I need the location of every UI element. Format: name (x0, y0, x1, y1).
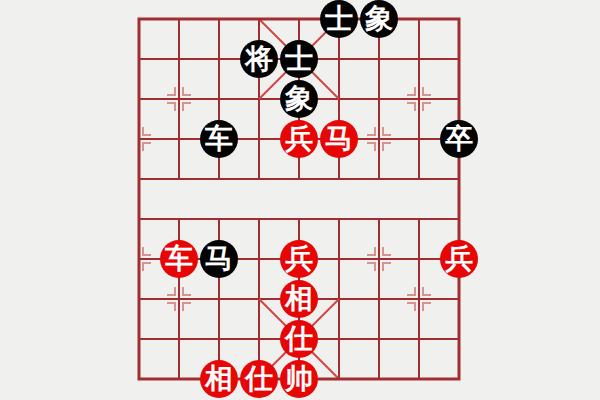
intersection-f2-r2 (199, 79, 239, 119)
intersection-f7-r9 (399, 359, 439, 399)
intersection-f3-r7 (239, 279, 279, 319)
intersection-f4-r5 (279, 199, 319, 239)
intersection-f7-r0 (399, 0, 439, 39)
intersection-f1-r1 (159, 39, 199, 79)
intersection-f6-r4 (359, 159, 399, 199)
piece-black-general[interactable]: 将 (240, 40, 278, 78)
piece-red-advisor[interactable]: 仕 (240, 360, 278, 398)
intersection-f5-r5 (319, 199, 359, 239)
intersection-f4-r0 (279, 0, 319, 39)
intersection-f3-r0 (239, 0, 279, 39)
intersection-f5-r0: 士 (319, 0, 359, 39)
intersection-f8-r3: 卒 (439, 119, 479, 159)
intersection-f8-r1 (439, 39, 479, 79)
intersection-f0-r5 (119, 199, 159, 239)
intersection-f0-r4 (119, 159, 159, 199)
intersection-f7-r7 (399, 279, 439, 319)
intersection-f3-r4 (239, 159, 279, 199)
piece-red-horse[interactable]: 马 (320, 120, 358, 158)
piece-red-elephant[interactable]: 相 (200, 360, 238, 398)
intersection-f8-r8 (439, 319, 479, 359)
intersection-f1-r7 (159, 279, 199, 319)
intersection-f7-r2 (399, 79, 439, 119)
intersection-f1-r2 (159, 79, 199, 119)
intersection-f1-r9 (159, 359, 199, 399)
intersection-f2-r4 (199, 159, 239, 199)
intersection-f3-r8 (239, 319, 279, 359)
intersection-f6-r7 (359, 279, 399, 319)
intersection-f5-r7 (319, 279, 359, 319)
intersection-f2-r6: 马 (199, 239, 239, 279)
intersection-f5-r1 (319, 39, 359, 79)
intersection-f3-r1: 将 (239, 39, 279, 79)
intersection-f6-r6 (359, 239, 399, 279)
intersection-f6-r1 (359, 39, 399, 79)
intersection-f5-r8 (319, 319, 359, 359)
board-grid: 士象将士象车兵马卒车马兵兵相仕相仕帅 (119, 0, 479, 399)
intersection-f0-r6 (119, 239, 159, 279)
intersection-f3-r2 (239, 79, 279, 119)
intersection-f6-r9 (359, 359, 399, 399)
intersection-f0-r7 (119, 279, 159, 319)
intersection-f6-r3 (359, 119, 399, 159)
intersection-f7-r5 (399, 199, 439, 239)
intersection-f2-r0 (199, 0, 239, 39)
piece-black-advisor[interactable]: 士 (280, 40, 318, 78)
intersection-f4-r7: 相 (279, 279, 319, 319)
intersection-f6-r0: 象 (359, 0, 399, 39)
intersection-f6-r8 (359, 319, 399, 359)
intersection-f8-r7 (439, 279, 479, 319)
intersection-f1-r0 (159, 0, 199, 39)
piece-red-soldier[interactable]: 兵 (280, 120, 318, 158)
intersection-f4-r8: 仕 (279, 319, 319, 359)
intersection-f8-r4 (439, 159, 479, 199)
intersection-f2-r9: 相 (199, 359, 239, 399)
piece-black-advisor[interactable]: 士 (320, 0, 358, 38)
piece-red-advisor[interactable]: 仕 (280, 320, 318, 358)
intersection-f0-r1 (119, 39, 159, 79)
intersection-f7-r3 (399, 119, 439, 159)
intersection-f7-r4 (399, 159, 439, 199)
intersection-f4-r4 (279, 159, 319, 199)
intersection-f2-r5 (199, 199, 239, 239)
intersection-f6-r5 (359, 199, 399, 239)
intersection-f4-r1: 士 (279, 39, 319, 79)
intersection-f3-r9: 仕 (239, 359, 279, 399)
intersection-f8-r9 (439, 359, 479, 399)
intersection-f0-r8 (119, 319, 159, 359)
xiangqi-app: 士象将士象车兵马卒车马兵兵相仕相仕帅 (0, 0, 600, 400)
piece-red-soldier[interactable]: 兵 (280, 240, 318, 278)
piece-red-soldier[interactable]: 兵 (440, 240, 478, 278)
intersection-f5-r3: 马 (319, 119, 359, 159)
intersection-f8-r6: 兵 (439, 239, 479, 279)
intersection-f5-r6 (319, 239, 359, 279)
intersection-f7-r1 (399, 39, 439, 79)
intersection-f2-r7 (199, 279, 239, 319)
intersection-f1-r3 (159, 119, 199, 159)
piece-red-elephant[interactable]: 相 (280, 280, 318, 318)
intersection-f1-r6: 车 (159, 239, 199, 279)
intersection-f8-r2 (439, 79, 479, 119)
intersection-f3-r5 (239, 199, 279, 239)
piece-black-soldier[interactable]: 卒 (440, 120, 478, 158)
intersection-f3-r6 (239, 239, 279, 279)
intersection-f4-r3: 兵 (279, 119, 319, 159)
piece-black-elephant[interactable]: 象 (280, 80, 318, 118)
piece-red-general[interactable]: 帅 (280, 360, 318, 398)
piece-black-elephant[interactable]: 象 (360, 0, 398, 38)
intersection-f2-r8 (199, 319, 239, 359)
intersection-f8-r0 (439, 0, 479, 39)
piece-black-chariot[interactable]: 车 (200, 120, 238, 158)
intersection-f6-r2 (359, 79, 399, 119)
intersection-f4-r9: 帅 (279, 359, 319, 399)
intersection-f4-r6: 兵 (279, 239, 319, 279)
intersection-f1-r5 (159, 199, 199, 239)
intersection-f4-r2: 象 (279, 79, 319, 119)
intersection-f2-r1 (199, 39, 239, 79)
intersection-f0-r2 (119, 79, 159, 119)
intersection-f5-r4 (319, 159, 359, 199)
intersection-f8-r5 (439, 199, 479, 239)
intersection-f0-r3 (119, 119, 159, 159)
intersection-f0-r0 (119, 0, 159, 39)
intersection-f2-r3: 车 (199, 119, 239, 159)
piece-red-chariot[interactable]: 车 (160, 240, 198, 278)
intersection-f0-r9 (119, 359, 159, 399)
intersection-f5-r2 (319, 79, 359, 119)
piece-black-horse[interactable]: 马 (200, 240, 238, 278)
intersection-f1-r4 (159, 159, 199, 199)
intersection-f7-r8 (399, 319, 439, 359)
intersection-f3-r3 (239, 119, 279, 159)
intersection-f5-r9 (319, 359, 359, 399)
intersection-f7-r6 (399, 239, 439, 279)
intersection-f1-r8 (159, 319, 199, 359)
